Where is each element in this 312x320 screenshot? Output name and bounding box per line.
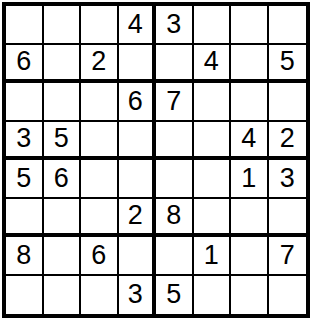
cell-r7c6[interactable]: 1 bbox=[194, 237, 232, 276]
cell-r7c7[interactable] bbox=[231, 237, 269, 276]
cell-r5c7[interactable]: 1 bbox=[231, 160, 269, 199]
cell-r8c6[interactable] bbox=[194, 276, 232, 315]
cell-r1c2[interactable] bbox=[44, 6, 82, 45]
cell-r8c1[interactable] bbox=[6, 276, 44, 315]
cell-r1c1[interactable] bbox=[6, 6, 44, 45]
cell-r4c8[interactable]: 2 bbox=[269, 122, 307, 161]
cell-r6c3[interactable] bbox=[81, 199, 119, 238]
cell-r6c7[interactable] bbox=[231, 199, 269, 238]
cell-r7c2[interactable] bbox=[44, 237, 82, 276]
cell-r6c5[interactable]: 8 bbox=[156, 199, 194, 238]
cell-r3c7[interactable] bbox=[231, 83, 269, 122]
cell-r2c4[interactable] bbox=[119, 45, 157, 84]
cell-r1c4[interactable]: 4 bbox=[119, 6, 157, 45]
cell-r7c5[interactable] bbox=[156, 237, 194, 276]
cell-r2c2[interactable] bbox=[44, 45, 82, 84]
cell-r4c1[interactable]: 3 bbox=[6, 122, 44, 161]
cell-r4c2[interactable]: 5 bbox=[44, 122, 82, 161]
cell-r7c1[interactable]: 8 bbox=[6, 237, 44, 276]
cell-r3c1[interactable] bbox=[6, 83, 44, 122]
cell-r8c4[interactable]: 3 bbox=[119, 276, 157, 315]
sudoku-board: 436245673542561328861735 bbox=[2, 2, 310, 318]
cell-r5c5[interactable] bbox=[156, 160, 194, 199]
cell-r7c8[interactable]: 7 bbox=[269, 237, 307, 276]
cell-r1c8[interactable] bbox=[269, 6, 307, 45]
cell-r3c4[interactable]: 6 bbox=[119, 83, 157, 122]
cell-r1c5[interactable]: 3 bbox=[156, 6, 194, 45]
cell-r2c7[interactable] bbox=[231, 45, 269, 84]
cell-r4c5[interactable] bbox=[156, 122, 194, 161]
cell-r3c2[interactable] bbox=[44, 83, 82, 122]
cell-r2c3[interactable]: 2 bbox=[81, 45, 119, 84]
cell-r6c8[interactable] bbox=[269, 199, 307, 238]
cell-r8c3[interactable] bbox=[81, 276, 119, 315]
cell-r6c6[interactable] bbox=[194, 199, 232, 238]
cell-r5c6[interactable] bbox=[194, 160, 232, 199]
cell-r7c4[interactable] bbox=[119, 237, 157, 276]
cell-r1c7[interactable] bbox=[231, 6, 269, 45]
cell-r8c5[interactable]: 5 bbox=[156, 276, 194, 315]
cell-r2c6[interactable]: 4 bbox=[194, 45, 232, 84]
cell-r3c8[interactable] bbox=[269, 83, 307, 122]
cell-r2c1[interactable]: 6 bbox=[6, 45, 44, 84]
cell-r1c3[interactable] bbox=[81, 6, 119, 45]
cell-r5c2[interactable]: 6 bbox=[44, 160, 82, 199]
cell-r1c6[interactable] bbox=[194, 6, 232, 45]
cell-r8c2[interactable] bbox=[44, 276, 82, 315]
cell-r6c4[interactable]: 2 bbox=[119, 199, 157, 238]
cell-r6c2[interactable] bbox=[44, 199, 82, 238]
cell-r5c8[interactable]: 3 bbox=[269, 160, 307, 199]
cell-r4c4[interactable] bbox=[119, 122, 157, 161]
cell-r3c6[interactable] bbox=[194, 83, 232, 122]
cell-r4c7[interactable]: 4 bbox=[231, 122, 269, 161]
cell-r4c3[interactable] bbox=[81, 122, 119, 161]
cell-r8c7[interactable] bbox=[231, 276, 269, 315]
cell-r2c8[interactable]: 5 bbox=[269, 45, 307, 84]
cell-r3c3[interactable] bbox=[81, 83, 119, 122]
cell-r3c5[interactable]: 7 bbox=[156, 83, 194, 122]
cell-r5c4[interactable] bbox=[119, 160, 157, 199]
cell-r6c1[interactable] bbox=[6, 199, 44, 238]
cell-r4c6[interactable] bbox=[194, 122, 232, 161]
cell-r2c5[interactable] bbox=[156, 45, 194, 84]
cell-r7c3[interactable]: 6 bbox=[81, 237, 119, 276]
cell-r8c8[interactable] bbox=[269, 276, 307, 315]
cell-r5c1[interactable]: 5 bbox=[6, 160, 44, 199]
cell-r5c3[interactable] bbox=[81, 160, 119, 199]
